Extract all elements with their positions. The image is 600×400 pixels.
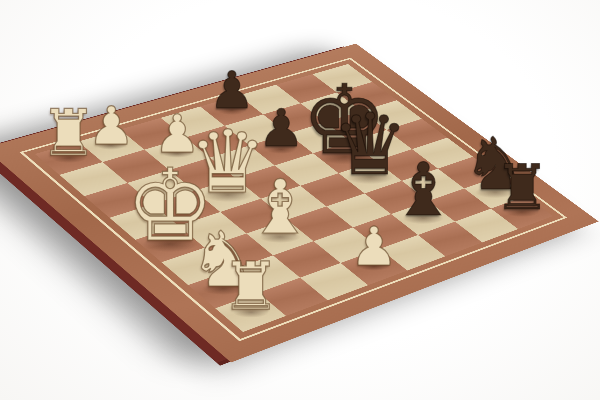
board-frame [0, 44, 599, 363]
chess-board [35, 64, 553, 332]
board-grid [35, 64, 553, 332]
chess-photo-scene: ♜♟♟♛♚♝♞♜♟♟♟♚♛♝♞♜ [0, 0, 600, 400]
